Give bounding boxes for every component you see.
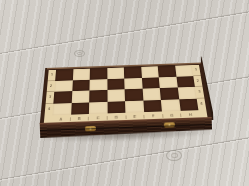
square-b3 [71, 91, 89, 103]
square-d2 [107, 78, 125, 90]
square-e3 [125, 89, 143, 101]
square-g3 [160, 87, 179, 99]
square-a1 [55, 69, 73, 80]
square-c4 [89, 101, 107, 114]
square-d1 [107, 67, 124, 78]
rank-label-right-1: 1 [192, 65, 201, 76]
board-top-face: 1234 1234 ABCDEFGH [40, 62, 212, 124]
checkerboard [52, 65, 198, 115]
file-label-d: D [107, 115, 126, 119]
square-b1 [72, 69, 89, 80]
file-label-e: E [125, 114, 144, 118]
square-f4 [143, 100, 162, 113]
rank-label-right-4: 4 [197, 98, 207, 110]
square-g4 [161, 99, 180, 112]
square-g2 [159, 76, 178, 88]
square-h2 [176, 76, 195, 88]
file-label-a: A [52, 117, 70, 121]
square-f2 [141, 77, 159, 89]
brass-clasp-left [85, 126, 96, 131]
file-label-h: H [180, 112, 199, 116]
square-a4 [52, 103, 71, 116]
file-label-b: B [69, 116, 88, 120]
square-f1 [141, 66, 159, 77]
closed-chess-box: 1234 1234 ABCDEFGH [34, 52, 215, 150]
square-f3 [142, 88, 161, 100]
brass-clasp-right [164, 122, 175, 127]
square-e4 [125, 100, 144, 113]
rank-label-right-3: 3 [195, 87, 204, 99]
square-h4 [179, 98, 199, 111]
square-d3 [107, 89, 125, 101]
photo-stage: 1234 1234 ABCDEFGH [0, 0, 249, 186]
wood-knot [166, 150, 182, 161]
square-h3 [177, 87, 196, 99]
square-e1 [124, 67, 142, 78]
file-label-f: F [143, 114, 162, 118]
square-h1 [175, 65, 194, 76]
square-c2 [89, 79, 107, 91]
square-g1 [158, 66, 176, 77]
square-b2 [72, 79, 90, 91]
square-c1 [90, 68, 107, 79]
board-border-frame: 1234 1234 ABCDEFGH [44, 65, 208, 124]
square-e2 [124, 78, 142, 90]
file-label-g: G [162, 113, 181, 117]
square-a3 [53, 91, 71, 103]
rank-label-right-2: 2 [193, 76, 202, 87]
file-label-c: C [88, 116, 107, 120]
square-c3 [89, 90, 107, 102]
square-d4 [107, 101, 125, 114]
square-a2 [54, 80, 72, 92]
square-b4 [71, 102, 90, 115]
